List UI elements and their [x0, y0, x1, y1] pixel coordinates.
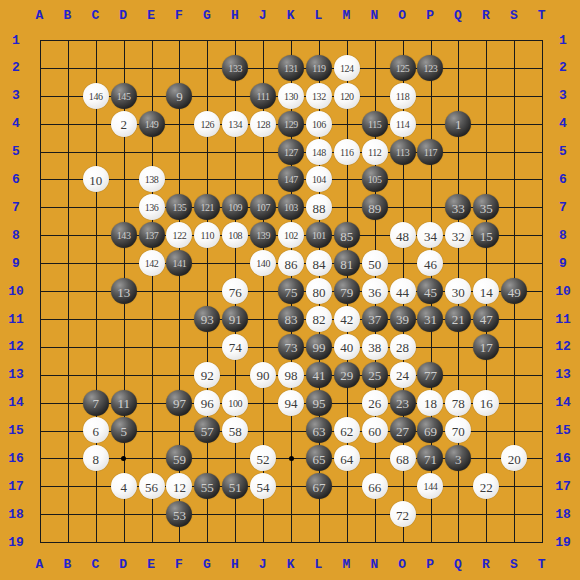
move-number: 101 — [312, 231, 326, 241]
row-label-right-19: 19 — [555, 534, 571, 549]
move-number: 26 — [368, 397, 381, 410]
move-number: 62 — [340, 424, 353, 437]
stone-white-l6-move-104: 104 — [306, 166, 332, 192]
row-label-right-12: 12 — [555, 339, 571, 354]
stone-white-q8-move-32: 32 — [445, 222, 471, 248]
move-number: 14 — [480, 285, 493, 298]
move-number: 103 — [284, 203, 298, 213]
row-label-left-5: 5 — [12, 144, 20, 159]
move-number: 130 — [284, 91, 298, 101]
stone-white-n5-move-112: 112 — [362, 139, 388, 165]
col-label-bottom-C: C — [91, 557, 99, 572]
row-label-left-2: 2 — [12, 60, 20, 75]
move-number: 126 — [200, 119, 214, 129]
move-number: 85 — [340, 229, 353, 242]
move-number: 149 — [145, 119, 159, 129]
row-label-right-6: 6 — [559, 172, 567, 187]
col-label-top-L: L — [315, 8, 323, 23]
stone-black-e4-move-149: 149 — [139, 111, 165, 137]
stone-white-k13-move-98: 98 — [278, 362, 304, 388]
move-number: 48 — [396, 229, 409, 242]
stone-black-n7-move-89: 89 — [362, 194, 388, 220]
stone-white-o3-move-118: 118 — [390, 83, 416, 109]
stone-white-c16-move-8: 8 — [83, 445, 109, 471]
move-number: 39 — [396, 313, 409, 326]
col-label-top-M: M — [342, 8, 350, 23]
move-number: 112 — [368, 147, 381, 157]
col-label-bottom-S: S — [510, 557, 518, 572]
move-number: 129 — [284, 119, 298, 129]
stone-black-s10-move-49: 49 — [501, 278, 527, 304]
row-label-right-4: 4 — [559, 116, 567, 131]
stone-white-p9-move-46: 46 — [417, 250, 443, 276]
stone-white-l9-move-84: 84 — [306, 250, 332, 276]
stone-white-q15-move-70: 70 — [445, 417, 471, 443]
row-label-right-16: 16 — [555, 451, 571, 466]
move-number: 5 — [120, 424, 127, 437]
move-number: 84 — [312, 257, 325, 270]
move-number: 146 — [89, 91, 103, 101]
move-number: 31 — [424, 313, 437, 326]
move-number: 120 — [340, 91, 354, 101]
col-label-top-S: S — [510, 8, 518, 23]
col-label-bottom-J: J — [259, 557, 267, 572]
move-number: 107 — [256, 203, 270, 213]
row-label-left-4: 4 — [12, 116, 20, 131]
row-label-left-15: 15 — [8, 423, 24, 438]
row-label-left-14: 14 — [8, 395, 24, 410]
move-number: 55 — [201, 480, 214, 493]
move-number: 88 — [312, 201, 325, 214]
stone-black-q4-move-1: 1 — [445, 111, 471, 137]
stone-black-r7-move-35: 35 — [473, 194, 499, 220]
stone-white-r10-move-14: 14 — [473, 278, 499, 304]
move-number: 79 — [340, 285, 353, 298]
col-label-top-B: B — [63, 8, 71, 23]
row-label-right-2: 2 — [559, 60, 567, 75]
stone-black-q7-move-33: 33 — [445, 194, 471, 220]
stone-white-n10-move-36: 36 — [362, 278, 388, 304]
stone-black-d10-move-13: 13 — [111, 278, 137, 304]
move-number: 6 — [93, 424, 100, 437]
move-number: 114 — [396, 119, 409, 129]
move-number: 134 — [228, 119, 242, 129]
row-label-left-10: 10 — [8, 283, 24, 298]
stone-black-m9-move-81: 81 — [334, 250, 360, 276]
row-label-right-13: 13 — [555, 367, 571, 382]
move-number: 136 — [145, 203, 159, 213]
move-number: 33 — [452, 201, 465, 214]
row-label-right-9: 9 — [559, 255, 567, 270]
stone-black-k5-move-127: 127 — [278, 139, 304, 165]
move-number: 1 — [455, 118, 462, 131]
stone-black-l14-move-95: 95 — [306, 390, 332, 416]
move-number: 102 — [284, 231, 298, 241]
move-number: 49 — [508, 285, 521, 298]
move-number: 23 — [396, 397, 409, 410]
col-label-bottom-R: R — [482, 557, 490, 572]
row-label-left-7: 7 — [12, 199, 20, 214]
move-number: 111 — [257, 91, 270, 101]
stone-white-l11-move-82: 82 — [306, 306, 332, 332]
col-label-bottom-K: K — [287, 557, 295, 572]
col-label-top-J: J — [259, 8, 267, 23]
stone-black-o11-move-39: 39 — [390, 306, 416, 332]
stone-black-h2-move-133: 133 — [222, 55, 248, 81]
row-label-left-19: 19 — [8, 534, 24, 549]
stone-white-m5-move-116: 116 — [334, 139, 360, 165]
stone-white-g14-move-96: 96 — [194, 390, 220, 416]
stone-white-j4-move-128: 128 — [250, 111, 276, 137]
stone-white-o10-move-44: 44 — [390, 278, 416, 304]
stone-black-g15-move-57: 57 — [194, 417, 220, 443]
move-number: 50 — [368, 257, 381, 270]
stone-white-m16-move-64: 64 — [334, 445, 360, 471]
stone-black-g7-move-121: 121 — [194, 194, 220, 220]
move-number: 96 — [201, 397, 214, 410]
stone-white-h15-move-58: 58 — [222, 417, 248, 443]
move-number: 131 — [284, 63, 298, 73]
stone-black-d8-move-143: 143 — [111, 222, 137, 248]
stone-white-k14-move-94: 94 — [278, 390, 304, 416]
move-number: 108 — [228, 231, 242, 241]
move-number: 25 — [368, 369, 381, 382]
col-label-bottom-M: M — [342, 557, 350, 572]
col-label-bottom-B: B — [63, 557, 71, 572]
row-label-left-3: 3 — [12, 88, 20, 103]
move-number: 139 — [256, 231, 270, 241]
col-label-bottom-A: A — [36, 557, 44, 572]
move-number: 35 — [480, 201, 493, 214]
stone-white-f17-move-12: 12 — [166, 473, 192, 499]
move-number: 117 — [424, 147, 437, 157]
move-number: 73 — [285, 341, 298, 354]
move-number: 60 — [368, 424, 381, 437]
move-number: 4 — [120, 480, 127, 493]
go-board-diagram: 1234567891011121314151617182021222324252… — [0, 0, 580, 580]
stone-white-r14-move-16: 16 — [473, 390, 499, 416]
move-number: 128 — [256, 119, 270, 129]
move-number: 3 — [455, 452, 462, 465]
move-number: 75 — [285, 285, 298, 298]
stone-black-p2-move-123: 123 — [417, 55, 443, 81]
stone-black-o15-move-27: 27 — [390, 417, 416, 443]
stone-black-n13-move-25: 25 — [362, 362, 388, 388]
stone-white-h8-move-108: 108 — [222, 222, 248, 248]
stone-black-o2-move-125: 125 — [390, 55, 416, 81]
move-number: 106 — [312, 119, 326, 129]
stone-black-k4-move-129: 129 — [278, 111, 304, 137]
stone-black-h17-move-51: 51 — [222, 473, 248, 499]
move-number: 125 — [396, 63, 410, 73]
move-number: 100 — [228, 398, 242, 408]
stone-white-h14-move-100: 100 — [222, 390, 248, 416]
stone-white-j17-move-54: 54 — [250, 473, 276, 499]
stone-white-c15-move-6: 6 — [83, 417, 109, 443]
stone-white-p8-move-34: 34 — [417, 222, 443, 248]
stone-white-e6-move-138: 138 — [139, 166, 165, 192]
stone-white-c6-move-10: 10 — [83, 166, 109, 192]
stone-black-p16-move-71: 71 — [417, 445, 443, 471]
move-number: 147 — [284, 175, 298, 185]
stone-black-l17-move-67: 67 — [306, 473, 332, 499]
stone-black-n11-move-37: 37 — [362, 306, 388, 332]
move-number: 58 — [229, 424, 242, 437]
move-number: 77 — [424, 369, 437, 382]
stone-black-l16-move-65: 65 — [306, 445, 332, 471]
stone-white-n15-move-60: 60 — [362, 417, 388, 443]
stone-white-h4-move-134: 134 — [222, 111, 248, 137]
move-number: 2 — [120, 118, 127, 131]
move-number: 141 — [173, 259, 187, 269]
stone-black-f14-move-97: 97 — [166, 390, 192, 416]
move-number: 83 — [285, 313, 298, 326]
stone-black-o14-move-23: 23 — [390, 390, 416, 416]
stone-white-h10-move-76: 76 — [222, 278, 248, 304]
move-number: 7 — [93, 397, 100, 410]
move-number: 92 — [201, 369, 214, 382]
stone-white-s16-move-20: 20 — [501, 445, 527, 471]
move-number: 69 — [424, 424, 437, 437]
move-number: 140 — [256, 259, 270, 269]
stone-white-m12-move-40: 40 — [334, 334, 360, 360]
stone-white-k8-move-102: 102 — [278, 222, 304, 248]
move-number: 142 — [145, 259, 159, 269]
stone-black-q16-move-3: 3 — [445, 445, 471, 471]
stone-black-l12-move-99: 99 — [306, 334, 332, 360]
move-number: 137 — [145, 231, 159, 241]
col-label-top-E: E — [147, 8, 155, 23]
stone-white-p14-move-18: 18 — [417, 390, 443, 416]
row-label-left-8: 8 — [12, 227, 20, 242]
stone-white-f8-move-122: 122 — [166, 222, 192, 248]
move-number: 30 — [452, 285, 465, 298]
stone-black-f18-move-53: 53 — [166, 501, 192, 527]
move-number: 110 — [201, 231, 214, 241]
stones-layer: 1234567891011121314151617182021222324252… — [26, 26, 556, 556]
move-number: 8 — [93, 452, 100, 465]
stone-white-g13-move-92: 92 — [194, 362, 220, 388]
row-label-right-11: 11 — [555, 311, 571, 326]
stone-black-c14-move-7: 7 — [83, 390, 109, 416]
move-number: 145 — [117, 91, 131, 101]
stone-black-e8-move-137: 137 — [139, 222, 165, 248]
stone-black-k6-move-147: 147 — [278, 166, 304, 192]
stone-white-k3-move-130: 130 — [278, 83, 304, 109]
col-label-bottom-F: F — [175, 557, 183, 572]
col-label-top-A: A — [36, 8, 44, 23]
move-number: 68 — [396, 452, 409, 465]
move-number: 144 — [424, 482, 438, 492]
move-number: 124 — [340, 63, 354, 73]
stone-white-j13-move-90: 90 — [250, 362, 276, 388]
move-number: 65 — [312, 452, 325, 465]
move-number: 18 — [424, 397, 437, 410]
stone-white-g4-move-126: 126 — [194, 111, 220, 137]
stone-white-m3-move-120: 120 — [334, 83, 360, 109]
move-number: 113 — [396, 147, 409, 157]
stone-black-d3-move-145: 145 — [111, 83, 137, 109]
move-number: 44 — [396, 285, 409, 298]
stone-white-l3-move-132: 132 — [306, 83, 332, 109]
move-number: 16 — [480, 397, 493, 410]
stone-black-k12-move-73: 73 — [278, 334, 304, 360]
move-number: 148 — [312, 147, 326, 157]
row-label-right-14: 14 — [555, 395, 571, 410]
move-number: 21 — [452, 313, 465, 326]
move-number: 118 — [396, 91, 409, 101]
stone-black-p11-move-31: 31 — [417, 306, 443, 332]
move-number: 122 — [173, 231, 187, 241]
move-number: 27 — [396, 424, 409, 437]
stone-black-m8-move-85: 85 — [334, 222, 360, 248]
stone-white-m15-move-62: 62 — [334, 417, 360, 443]
move-number: 74 — [229, 341, 242, 354]
stone-black-j3-move-111: 111 — [250, 83, 276, 109]
row-label-right-1: 1 — [559, 32, 567, 47]
col-label-top-H: H — [231, 8, 239, 23]
move-number: 132 — [312, 91, 326, 101]
move-number: 89 — [368, 201, 381, 214]
stone-black-f7-move-135: 135 — [166, 194, 192, 220]
stone-white-l7-move-88: 88 — [306, 194, 332, 220]
move-number: 64 — [340, 452, 353, 465]
move-number: 98 — [285, 369, 298, 382]
row-label-right-10: 10 — [555, 283, 571, 298]
stone-white-h12-move-74: 74 — [222, 334, 248, 360]
move-number: 41 — [312, 369, 325, 382]
move-number: 24 — [396, 369, 409, 382]
row-label-left-11: 11 — [8, 311, 24, 326]
stone-black-k11-move-83: 83 — [278, 306, 304, 332]
move-number: 46 — [424, 257, 437, 270]
stone-black-p5-move-117: 117 — [417, 139, 443, 165]
move-number: 11 — [117, 397, 130, 410]
stone-white-o16-move-68: 68 — [390, 445, 416, 471]
col-label-top-R: R — [482, 8, 490, 23]
col-label-top-C: C — [91, 8, 99, 23]
move-number: 28 — [396, 341, 409, 354]
stone-white-n14-move-26: 26 — [362, 390, 388, 416]
stone-white-o4-move-114: 114 — [390, 111, 416, 137]
stone-black-r8-move-15: 15 — [473, 222, 499, 248]
stone-black-n6-move-105: 105 — [362, 166, 388, 192]
move-number: 121 — [200, 203, 214, 213]
stone-white-o8-move-48: 48 — [390, 222, 416, 248]
stone-white-e7-move-136: 136 — [139, 194, 165, 220]
row-label-right-5: 5 — [559, 144, 567, 159]
move-number: 56 — [145, 480, 158, 493]
col-label-top-D: D — [119, 8, 127, 23]
stone-white-o13-move-24: 24 — [390, 362, 416, 388]
col-label-bottom-O: O — [398, 557, 406, 572]
row-label-right-8: 8 — [559, 227, 567, 242]
stone-black-l8-move-101: 101 — [306, 222, 332, 248]
stone-white-d17-move-4: 4 — [111, 473, 137, 499]
stone-white-o18-move-72: 72 — [390, 501, 416, 527]
col-label-top-P: P — [426, 8, 434, 23]
row-label-left-6: 6 — [12, 172, 20, 187]
move-number: 51 — [229, 480, 242, 493]
stone-white-l10-move-80: 80 — [306, 278, 332, 304]
stone-black-g17-move-55: 55 — [194, 473, 220, 499]
stone-white-e9-move-142: 142 — [139, 250, 165, 276]
stone-black-l13-move-41: 41 — [306, 362, 332, 388]
move-number: 34 — [424, 229, 437, 242]
move-number: 99 — [312, 341, 325, 354]
stone-black-m10-move-79: 79 — [334, 278, 360, 304]
stone-white-n9-move-50: 50 — [362, 250, 388, 276]
move-number: 127 — [284, 147, 298, 157]
row-label-right-17: 17 — [555, 478, 571, 493]
stone-white-m2-move-124: 124 — [334, 55, 360, 81]
move-number: 47 — [480, 313, 493, 326]
move-number: 93 — [201, 313, 214, 326]
stone-black-h11-move-91: 91 — [222, 306, 248, 332]
move-number: 66 — [368, 480, 381, 493]
col-label-top-Q: Q — [454, 8, 462, 23]
stone-white-e17-move-56: 56 — [139, 473, 165, 499]
stone-black-l2-move-119: 119 — [306, 55, 332, 81]
move-number: 82 — [312, 313, 325, 326]
move-number: 10 — [89, 173, 102, 186]
move-number: 38 — [368, 341, 381, 354]
row-label-right-15: 15 — [555, 423, 571, 438]
stone-white-c3-move-146: 146 — [83, 83, 109, 109]
row-label-left-13: 13 — [8, 367, 24, 382]
move-number: 32 — [452, 229, 465, 242]
move-number: 12 — [173, 480, 186, 493]
move-number: 97 — [173, 397, 186, 410]
move-number: 76 — [229, 285, 242, 298]
col-label-bottom-E: E — [147, 557, 155, 572]
stone-white-n12-move-38: 38 — [362, 334, 388, 360]
row-label-left-1: 1 — [12, 32, 20, 47]
move-number: 135 — [173, 203, 187, 213]
move-number: 9 — [176, 90, 183, 103]
stone-black-q11-move-21: 21 — [445, 306, 471, 332]
move-number: 133 — [228, 63, 242, 73]
stone-white-p17-move-144: 144 — [417, 473, 443, 499]
move-number: 57 — [201, 424, 214, 437]
move-number: 109 — [228, 203, 242, 213]
move-number: 22 — [480, 480, 493, 493]
move-number: 119 — [312, 63, 325, 73]
col-label-bottom-D: D — [119, 557, 127, 572]
move-number: 42 — [340, 313, 353, 326]
stone-black-h7-move-109: 109 — [222, 194, 248, 220]
move-number: 52 — [257, 452, 270, 465]
col-label-bottom-P: P — [426, 557, 434, 572]
move-number: 67 — [312, 480, 325, 493]
stone-white-r17-move-22: 22 — [473, 473, 499, 499]
col-label-top-O: O — [398, 8, 406, 23]
col-label-top-N: N — [370, 8, 378, 23]
move-number: 17 — [480, 341, 493, 354]
move-number: 116 — [340, 147, 353, 157]
row-label-left-18: 18 — [8, 506, 24, 521]
move-number: 91 — [229, 313, 242, 326]
move-number: 37 — [368, 313, 381, 326]
col-label-top-T: T — [538, 8, 546, 23]
stone-black-p15-move-69: 69 — [417, 417, 443, 443]
stone-black-j7-move-107: 107 — [250, 194, 276, 220]
stone-black-f9-move-141: 141 — [166, 250, 192, 276]
move-number: 81 — [340, 257, 353, 270]
move-number: 138 — [145, 175, 159, 185]
stone-black-f3-move-9: 9 — [166, 83, 192, 109]
stone-white-k9-move-86: 86 — [278, 250, 304, 276]
